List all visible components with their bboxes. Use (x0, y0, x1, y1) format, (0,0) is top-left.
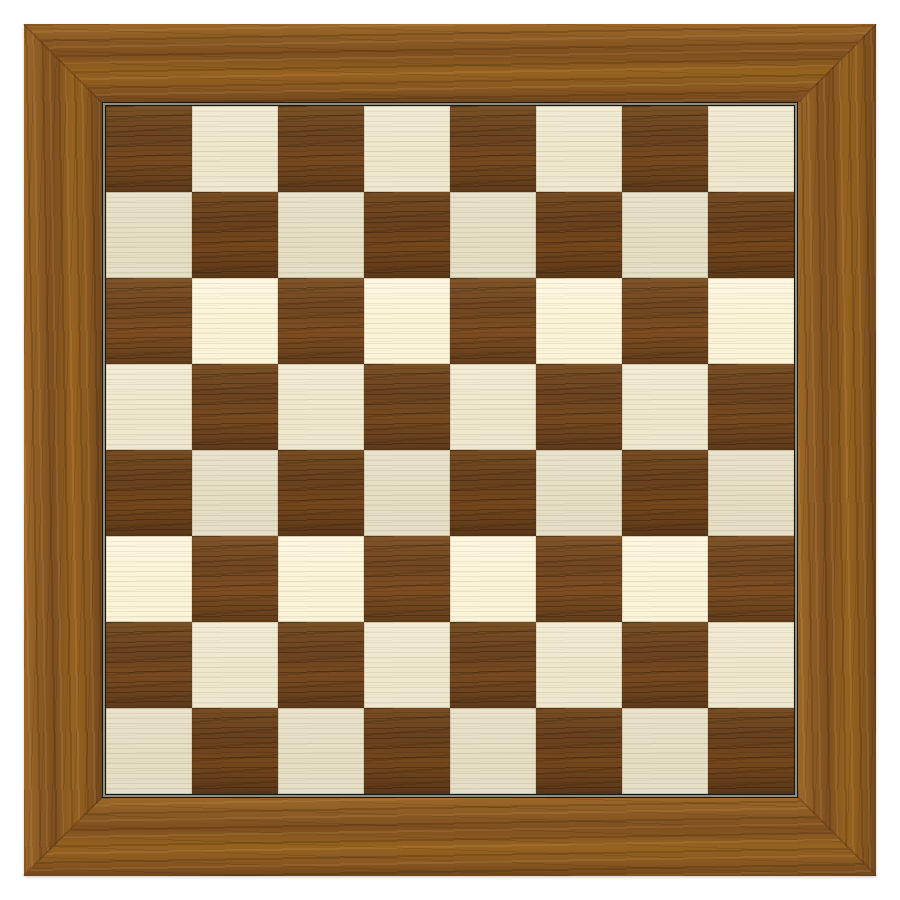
square-e3 (450, 536, 536, 622)
square-c2 (278, 622, 364, 708)
square-c1 (278, 708, 364, 794)
chessboard-frame (24, 24, 876, 876)
frame-bottom-rail (24, 798, 876, 876)
board-fillet-middle (103, 103, 797, 797)
square-e2 (450, 622, 536, 708)
square-f5 (536, 364, 622, 450)
square-h6 (708, 278, 794, 364)
square-b8 (192, 106, 278, 192)
board-fillet-inner (105, 105, 795, 795)
square-b5 (192, 364, 278, 450)
square-f2 (536, 622, 622, 708)
square-e5 (450, 364, 536, 450)
square-g4 (622, 450, 708, 536)
chess-board (106, 106, 794, 794)
square-d2 (364, 622, 450, 708)
square-c7 (278, 192, 364, 278)
square-a2 (106, 622, 192, 708)
square-g2 (622, 622, 708, 708)
square-c8 (278, 106, 364, 192)
square-e1 (450, 708, 536, 794)
square-d3 (364, 536, 450, 622)
square-g1 (622, 708, 708, 794)
square-f1 (536, 708, 622, 794)
square-d7 (364, 192, 450, 278)
square-f4 (536, 450, 622, 536)
square-e8 (450, 106, 536, 192)
square-h7 (708, 192, 794, 278)
square-b1 (192, 708, 278, 794)
square-b2 (192, 622, 278, 708)
square-b6 (192, 278, 278, 364)
square-g3 (622, 536, 708, 622)
square-d1 (364, 708, 450, 794)
square-e6 (450, 278, 536, 364)
square-c5 (278, 364, 364, 450)
square-b7 (192, 192, 278, 278)
square-a5 (106, 364, 192, 450)
square-e7 (450, 192, 536, 278)
square-c3 (278, 536, 364, 622)
board-fillet-outer (102, 102, 798, 798)
square-f6 (536, 278, 622, 364)
frame-top-rail (24, 24, 876, 102)
square-a6 (106, 278, 192, 364)
square-c4 (278, 450, 364, 536)
square-h2 (708, 622, 794, 708)
square-a7 (106, 192, 192, 278)
square-f3 (536, 536, 622, 622)
frame-left-rail (24, 24, 102, 876)
square-f8 (536, 106, 622, 192)
square-h3 (708, 536, 794, 622)
square-d4 (364, 450, 450, 536)
square-h4 (708, 450, 794, 536)
frame-right-rail (798, 24, 876, 876)
square-h8 (708, 106, 794, 192)
square-e4 (450, 450, 536, 536)
square-d5 (364, 364, 450, 450)
square-g6 (622, 278, 708, 364)
square-g7 (622, 192, 708, 278)
square-c6 (278, 278, 364, 364)
square-a1 (106, 708, 192, 794)
square-g5 (622, 364, 708, 450)
square-h5 (708, 364, 794, 450)
square-b4 (192, 450, 278, 536)
square-b3 (192, 536, 278, 622)
square-a3 (106, 536, 192, 622)
square-a8 (106, 106, 192, 192)
square-f7 (536, 192, 622, 278)
square-d8 (364, 106, 450, 192)
square-a4 (106, 450, 192, 536)
square-h1 (708, 708, 794, 794)
square-d6 (364, 278, 450, 364)
square-g8 (622, 106, 708, 192)
